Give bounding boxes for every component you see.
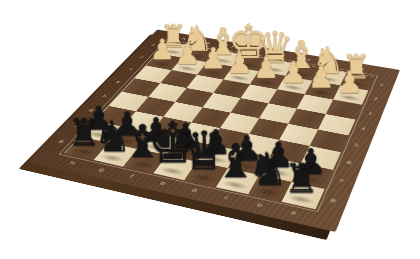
- white-pawn-a2[interactable]: ♟: [336, 67, 363, 97]
- chess-board-photo: hgfedcba hgfedcba 12345678 12345678 ♜♞♝♚…: [0, 0, 420, 259]
- square-a3[interactable]: [326, 99, 362, 119]
- white-pawn-f2[interactable]: ♟: [200, 44, 226, 73]
- black-knight-b8[interactable]: ♞: [248, 147, 289, 192]
- white-pawn-h2[interactable]: ♟: [150, 36, 176, 64]
- white-pawn-d2[interactable]: ♟: [253, 53, 279, 83]
- white-pawn-g2[interactable]: ♟: [175, 40, 201, 69]
- white-pawn-c2[interactable]: ♟: [280, 58, 307, 88]
- rank-label-2: 2: [361, 90, 390, 108]
- white-pawn-b2[interactable]: ♟: [308, 63, 335, 93]
- black-rook-a8[interactable]: ♜: [283, 159, 319, 199]
- board-perspective-wrapper: hgfedcba hgfedcba 12345678 12345678 ♜♞♝♚…: [86, 0, 374, 256]
- board-frame: hgfedcba hgfedcba 12345678 12345678 ♜♞♝♚…: [28, 29, 400, 231]
- board-tilt: hgfedcba hgfedcba 12345678 12345678 ♜♞♝♚…: [28, 29, 400, 231]
- square-a2[interactable]: ♟: [333, 86, 368, 105]
- white-pawn-e2[interactable]: ♟: [226, 49, 252, 78]
